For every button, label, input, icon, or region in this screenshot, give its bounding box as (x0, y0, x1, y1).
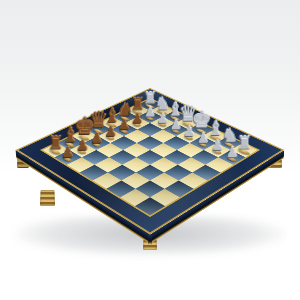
scene: ♜♞♜♝♟♞♛♟♟♝♚♟♟♛♝♟♟♚♞♟♟♝♜♟♟♜♟♟ (0, 0, 300, 300)
piece-glyph-bronze-pawn: ♟ (54, 145, 83, 159)
piece-glyph-silver-pawn: ♟ (218, 145, 247, 159)
chess-board-frame: ♜♞♜♝♟♞♛♟♟♝♚♟♟♛♝♟♟♚♞♟♟♝♜♟♟♜♟♟ (16, 88, 285, 234)
product-photo: ♜♞♜♝♟♞♛♟♟♝♚♟♟♛♝♟♟♚♞♟♟♝♜♟♟♜♟♟ (0, 0, 300, 300)
